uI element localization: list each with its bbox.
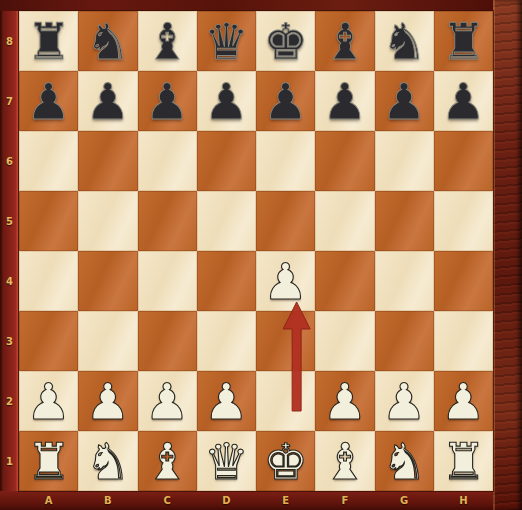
- square-c2[interactable]: ♟: [138, 371, 197, 431]
- rank-label-1: 1: [0, 431, 19, 491]
- square-a2[interactable]: ♟: [19, 371, 78, 431]
- rank-label-8: 8: [0, 11, 19, 71]
- piece-black-pawn[interactable]: ♟: [441, 77, 486, 127]
- square-h3[interactable]: [434, 311, 493, 371]
- square-f2[interactable]: ♟: [315, 371, 374, 431]
- square-g7[interactable]: ♟: [375, 71, 434, 131]
- square-c8[interactable]: ♝: [138, 11, 197, 71]
- square-f1[interactable]: ♝: [315, 431, 374, 491]
- square-e6[interactable]: [256, 131, 315, 191]
- square-d6[interactable]: [197, 131, 256, 191]
- board-frame-right: [493, 0, 522, 510]
- square-f3[interactable]: [315, 311, 374, 371]
- piece-white-rook[interactable]: ♜: [441, 437, 486, 487]
- square-c6[interactable]: [138, 131, 197, 191]
- rank-label-4: 4: [0, 251, 19, 311]
- piece-white-knight[interactable]: ♞: [85, 437, 130, 487]
- piece-black-pawn[interactable]: ♟: [85, 77, 130, 127]
- piece-white-queen[interactable]: ♛: [204, 437, 249, 487]
- square-g8[interactable]: ♞: [375, 11, 434, 71]
- square-g5[interactable]: [375, 191, 434, 251]
- square-b6[interactable]: [78, 131, 137, 191]
- piece-black-knight[interactable]: ♞: [382, 17, 427, 67]
- file-label-g: G: [375, 491, 434, 510]
- square-e4[interactable]: ♟: [256, 251, 315, 311]
- rank-label-5: 5: [0, 191, 19, 251]
- square-c4[interactable]: [138, 251, 197, 311]
- square-e5[interactable]: [256, 191, 315, 251]
- piece-white-knight[interactable]: ♞: [382, 437, 427, 487]
- piece-white-pawn[interactable]: ♟: [26, 377, 71, 427]
- file-label-c: C: [138, 491, 197, 510]
- file-label-d: D: [197, 491, 256, 510]
- piece-white-pawn[interactable]: ♟: [322, 377, 367, 427]
- square-g4[interactable]: [375, 251, 434, 311]
- square-f4[interactable]: [315, 251, 374, 311]
- square-h5[interactable]: [434, 191, 493, 251]
- square-f6[interactable]: [315, 131, 374, 191]
- square-b1[interactable]: ♞: [78, 431, 137, 491]
- piece-black-bishop[interactable]: ♝: [322, 17, 367, 67]
- piece-black-rook[interactable]: ♜: [441, 17, 486, 67]
- square-a4[interactable]: [19, 251, 78, 311]
- square-h8[interactable]: ♜: [434, 11, 493, 71]
- piece-white-pawn[interactable]: ♟: [441, 377, 486, 427]
- square-d8[interactable]: ♛: [197, 11, 256, 71]
- piece-black-pawn[interactable]: ♟: [263, 77, 308, 127]
- square-b4[interactable]: [78, 251, 137, 311]
- piece-white-rook[interactable]: ♜: [26, 437, 71, 487]
- square-a1[interactable]: ♜: [19, 431, 78, 491]
- file-label-f: F: [315, 491, 374, 510]
- square-d2[interactable]: ♟: [197, 371, 256, 431]
- square-f8[interactable]: ♝: [315, 11, 374, 71]
- square-h6[interactable]: [434, 131, 493, 191]
- piece-white-pawn[interactable]: ♟: [263, 257, 308, 307]
- rank-label-2: 2: [0, 371, 19, 431]
- piece-black-king[interactable]: ♚: [263, 17, 308, 67]
- square-h2[interactable]: ♟: [434, 371, 493, 431]
- square-f7[interactable]: ♟: [315, 71, 374, 131]
- square-e8[interactable]: ♚: [256, 11, 315, 71]
- rank-label-7: 7: [0, 71, 19, 131]
- square-c3[interactable]: [138, 311, 197, 371]
- square-a3[interactable]: [19, 311, 78, 371]
- square-g2[interactable]: ♟: [375, 371, 434, 431]
- piece-black-pawn[interactable]: ♟: [322, 77, 367, 127]
- square-c7[interactable]: ♟: [138, 71, 197, 131]
- file-label-b: B: [78, 491, 137, 510]
- piece-white-pawn[interactable]: ♟: [85, 377, 130, 427]
- square-e3[interactable]: [256, 311, 315, 371]
- square-h4[interactable]: [434, 251, 493, 311]
- piece-black-pawn[interactable]: ♟: [204, 77, 249, 127]
- square-a5[interactable]: [19, 191, 78, 251]
- square-b3[interactable]: [78, 311, 137, 371]
- piece-black-rook[interactable]: ♜: [26, 17, 71, 67]
- square-g1[interactable]: ♞: [375, 431, 434, 491]
- square-g3[interactable]: [375, 311, 434, 371]
- piece-black-bishop[interactable]: ♝: [145, 17, 190, 67]
- square-e2[interactable]: [256, 371, 315, 431]
- square-h1[interactable]: ♜: [434, 431, 493, 491]
- rank-label-6: 6: [0, 131, 19, 191]
- board-frame-top: [0, 0, 493, 11]
- piece-white-pawn[interactable]: ♟: [145, 377, 190, 427]
- square-b5[interactable]: [78, 191, 137, 251]
- rank-label-3: 3: [0, 311, 19, 371]
- square-b2[interactable]: ♟: [78, 371, 137, 431]
- chess-board-widget: ♜♞♝♛♚♝♞♜♟♟♟♟♟♟♟♟♟♟♟♟♟♟♟♟♜♞♝♛♚♝♞♜ 8765432…: [0, 0, 522, 510]
- piece-black-knight[interactable]: ♞: [85, 17, 130, 67]
- file-label-h: H: [434, 491, 493, 510]
- square-d7[interactable]: ♟: [197, 71, 256, 131]
- piece-white-bishop[interactable]: ♝: [145, 437, 190, 487]
- square-d4[interactable]: [197, 251, 256, 311]
- square-g6[interactable]: [375, 131, 434, 191]
- square-c1[interactable]: ♝: [138, 431, 197, 491]
- square-d5[interactable]: [197, 191, 256, 251]
- file-label-e: E: [256, 491, 315, 510]
- square-b8[interactable]: ♞: [78, 11, 137, 71]
- square-d3[interactable]: [197, 311, 256, 371]
- square-e1[interactable]: ♚: [256, 431, 315, 491]
- piece-white-king[interactable]: ♚: [263, 437, 308, 487]
- piece-white-bishop[interactable]: ♝: [322, 437, 367, 487]
- piece-black-pawn[interactable]: ♟: [145, 77, 190, 127]
- piece-black-pawn[interactable]: ♟: [382, 77, 427, 127]
- square-e7[interactable]: ♟: [256, 71, 315, 131]
- square-h7[interactable]: ♟: [434, 71, 493, 131]
- square-a6[interactable]: [19, 131, 78, 191]
- square-a7[interactable]: ♟: [19, 71, 78, 131]
- piece-white-pawn[interactable]: ♟: [204, 377, 249, 427]
- file-label-a: A: [19, 491, 78, 510]
- square-c5[interactable]: [138, 191, 197, 251]
- square-f5[interactable]: [315, 191, 374, 251]
- square-b7[interactable]: ♟: [78, 71, 137, 131]
- square-d1[interactable]: ♛: [197, 431, 256, 491]
- piece-black-pawn[interactable]: ♟: [26, 77, 71, 127]
- board: ♜♞♝♛♚♝♞♜♟♟♟♟♟♟♟♟♟♟♟♟♟♟♟♟♜♞♝♛♚♝♞♜: [19, 11, 493, 491]
- piece-white-pawn[interactable]: ♟: [382, 377, 427, 427]
- square-a8[interactable]: ♜: [19, 11, 78, 71]
- piece-black-queen[interactable]: ♛: [204, 17, 249, 67]
